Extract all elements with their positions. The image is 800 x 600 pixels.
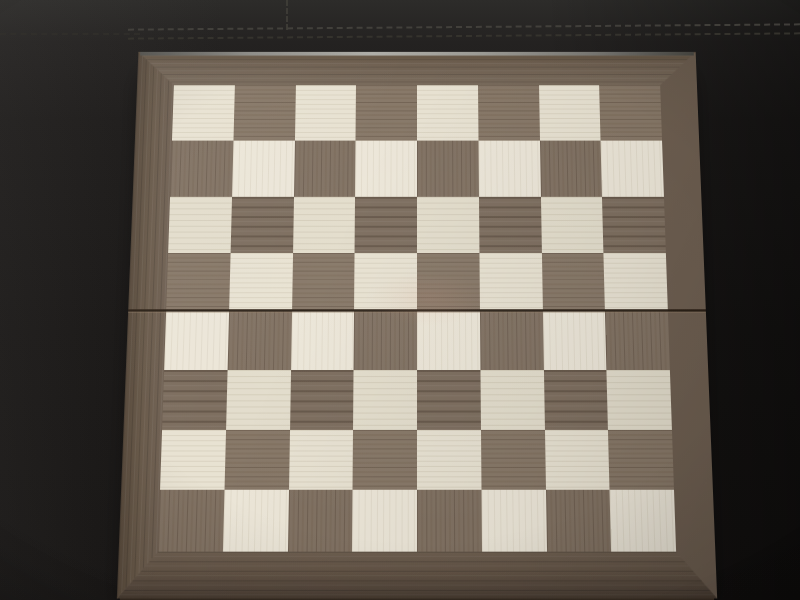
- square-g4: [542, 311, 606, 370]
- square-f4: [480, 311, 544, 370]
- square-c6: [293, 196, 356, 253]
- square-h2: [608, 429, 674, 490]
- square-e8: [417, 85, 478, 140]
- square-c4: [291, 311, 355, 370]
- square-b2: [224, 429, 289, 490]
- board-frame-top: [137, 52, 697, 85]
- square-a8: [172, 85, 235, 140]
- square-a7: [170, 140, 233, 196]
- chess-board: [117, 52, 717, 599]
- board-frame-bottom: [117, 552, 717, 599]
- square-e4: [417, 311, 480, 370]
- square-d6: [355, 196, 417, 253]
- square-c3: [290, 370, 354, 430]
- square-b8: [233, 85, 295, 140]
- square-g3: [543, 370, 608, 430]
- square-a4: [164, 311, 229, 370]
- square-b1: [223, 490, 289, 552]
- square-a3: [162, 370, 227, 430]
- square-g1: [545, 490, 611, 552]
- square-d8: [356, 85, 417, 140]
- square-e5: [417, 253, 480, 311]
- photo-scene: [0, 0, 800, 600]
- square-e7: [417, 140, 479, 196]
- square-h8: [599, 85, 662, 140]
- square-e6: [417, 196, 479, 253]
- square-e1: [417, 490, 482, 552]
- square-d5: [354, 253, 417, 311]
- square-f6: [479, 196, 542, 253]
- leather-stitch-seam-vertical: [286, 0, 288, 30]
- square-a1: [158, 490, 224, 552]
- square-d7: [355, 140, 417, 196]
- square-a6: [168, 196, 232, 253]
- square-h4: [605, 311, 670, 370]
- square-d4: [354, 311, 417, 370]
- square-h7: [601, 140, 664, 196]
- square-f3: [480, 370, 544, 430]
- square-b4: [227, 311, 291, 370]
- square-d3: [353, 370, 417, 430]
- square-e3: [417, 370, 481, 430]
- square-c8: [294, 85, 356, 140]
- leather-stitch-seam-horizontal: [128, 23, 800, 39]
- square-f8: [478, 85, 540, 140]
- board-squares-grid: [158, 85, 676, 551]
- square-g8: [539, 85, 601, 140]
- square-a5: [166, 253, 230, 311]
- board-top-edge-highlight: [140, 52, 694, 56]
- square-g5: [541, 253, 605, 311]
- square-c5: [292, 253, 355, 311]
- leather-stitch-seam-left: [0, 33, 140, 35]
- square-b5: [229, 253, 293, 311]
- square-b3: [226, 370, 291, 430]
- square-e2: [417, 429, 481, 490]
- board-hinge-seam: [128, 309, 706, 313]
- square-g7: [540, 140, 603, 196]
- square-h5: [604, 253, 668, 311]
- square-f1: [481, 490, 546, 552]
- square-f2: [481, 429, 546, 490]
- square-h1: [610, 490, 676, 552]
- square-f5: [479, 253, 542, 311]
- square-c2: [289, 429, 354, 490]
- square-g2: [544, 429, 609, 490]
- square-h6: [602, 196, 666, 253]
- square-b6: [230, 196, 293, 253]
- square-b7: [232, 140, 295, 196]
- square-f7: [478, 140, 540, 196]
- square-d1: [352, 490, 417, 552]
- square-c7: [294, 140, 356, 196]
- square-c1: [287, 490, 352, 552]
- square-d2: [353, 429, 417, 490]
- square-h3: [607, 370, 672, 430]
- square-a2: [160, 429, 226, 490]
- square-g6: [540, 196, 603, 253]
